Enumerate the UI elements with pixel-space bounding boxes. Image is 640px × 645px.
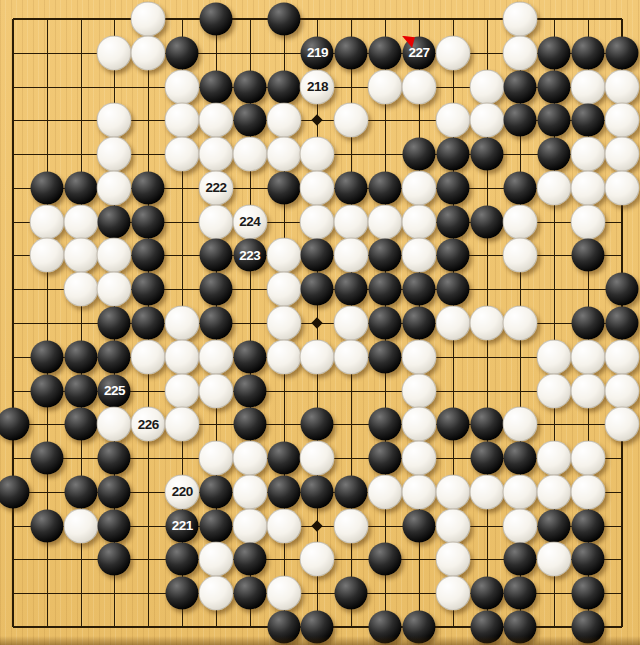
- black-stone: [64, 475, 97, 508]
- white-stone: [571, 373, 606, 408]
- white-stone: [435, 35, 470, 70]
- black-stone: [98, 543, 131, 576]
- white-stone: [537, 170, 572, 205]
- white-stone: [537, 542, 572, 577]
- black-stone: [301, 239, 334, 272]
- white-stone: [198, 576, 233, 611]
- white-stone: [401, 170, 436, 205]
- white-stone: [266, 306, 301, 341]
- black-stone: [572, 509, 605, 542]
- white-stone: [63, 272, 98, 307]
- white-stone: [503, 407, 538, 442]
- black-stone: [436, 273, 469, 306]
- black-stone: [233, 104, 266, 137]
- white-stone: [334, 306, 369, 341]
- black-stone: [572, 543, 605, 576]
- black-stone: [504, 104, 537, 137]
- move-number-label: 219: [307, 47, 328, 61]
- white-stone: [266, 103, 301, 138]
- black-stone: [538, 36, 571, 69]
- white-stone: [401, 441, 436, 476]
- black-stone: [233, 70, 266, 103]
- white-stone: [300, 542, 335, 577]
- black-stone: [132, 171, 165, 204]
- move-number-label: 226: [138, 418, 159, 432]
- black-stone: [301, 475, 334, 508]
- white-stone: [503, 306, 538, 341]
- black-stone: [369, 36, 402, 69]
- white-stone: [537, 373, 572, 408]
- white-stone: [537, 441, 572, 476]
- black-stone: [436, 138, 469, 171]
- white-stone: [604, 339, 639, 374]
- white-stone: [571, 441, 606, 476]
- black-stone: [132, 273, 165, 306]
- white-stone: [165, 339, 200, 374]
- black-stone: [504, 442, 537, 475]
- white-stone: [604, 170, 639, 205]
- black-stone: [436, 171, 469, 204]
- black-stone: [166, 577, 199, 610]
- black-stone: [605, 307, 638, 340]
- black-stone: [199, 70, 232, 103]
- white-stone: [503, 238, 538, 273]
- white-stone: [537, 339, 572, 374]
- hoshi-point: [312, 520, 323, 531]
- white-stone: [165, 69, 200, 104]
- black-stone: [233, 543, 266, 576]
- black-stone: [504, 171, 537, 204]
- black-stone: [402, 509, 435, 542]
- white-stone: [503, 474, 538, 509]
- white-stone: [604, 407, 639, 442]
- black-stone: [199, 509, 232, 542]
- black-stone: [267, 70, 300, 103]
- black-stone: [369, 340, 402, 373]
- move-number-label: 222: [205, 182, 226, 196]
- white-stone: [198, 542, 233, 577]
- white-stone: [469, 103, 504, 138]
- move-number-label: 221: [172, 519, 193, 533]
- black-stone: [504, 70, 537, 103]
- black-stone: [199, 3, 232, 36]
- white-stone: [29, 204, 64, 239]
- black-stone: [436, 205, 469, 238]
- black-stone: [402, 273, 435, 306]
- white-stone: [165, 407, 200, 442]
- black-stone: [369, 307, 402, 340]
- white-stone: [469, 306, 504, 341]
- black-stone: [538, 138, 571, 171]
- white-stone: [503, 204, 538, 239]
- white-stone: [165, 373, 200, 408]
- black-stone: [369, 408, 402, 441]
- black-stone: [335, 577, 368, 610]
- black-stone: [267, 3, 300, 36]
- white-stone: [131, 339, 166, 374]
- black-stone: [64, 340, 97, 373]
- black-stone: [233, 577, 266, 610]
- white-stone: [97, 238, 132, 273]
- black-stone: [605, 273, 638, 306]
- white-stone: [334, 103, 369, 138]
- white-stone: [435, 542, 470, 577]
- black-stone: [504, 577, 537, 610]
- white-stone: [131, 2, 166, 37]
- white-stone: [266, 238, 301, 273]
- black-stone: [470, 205, 503, 238]
- white-stone: [435, 306, 470, 341]
- black-stone: [470, 577, 503, 610]
- white-stone: [97, 103, 132, 138]
- white-stone: [63, 238, 98, 273]
- black-stone: [538, 509, 571, 542]
- black-stone: [470, 408, 503, 441]
- white-stone: [368, 474, 403, 509]
- black-stone: [199, 307, 232, 340]
- black-stone: [504, 543, 537, 576]
- white-stone: [571, 204, 606, 239]
- black-stone: [572, 577, 605, 610]
- black-stone: [301, 408, 334, 441]
- black-stone: [470, 138, 503, 171]
- black-stone: [369, 239, 402, 272]
- black-stone: [199, 475, 232, 508]
- black-stone: [335, 36, 368, 69]
- white-stone: [97, 137, 132, 172]
- black-stone: [369, 273, 402, 306]
- move-number-label: 227: [408, 47, 429, 61]
- black-stone: [132, 205, 165, 238]
- white-stone: [368, 204, 403, 239]
- white-stone: [401, 339, 436, 374]
- white-stone: [571, 137, 606, 172]
- black-stone: [369, 171, 402, 204]
- white-stone: [537, 474, 572, 509]
- black-stone: [98, 307, 131, 340]
- white-stone: [401, 69, 436, 104]
- move-number-label: 225: [104, 384, 125, 398]
- black-stone: [369, 543, 402, 576]
- white-stone: [232, 474, 267, 509]
- black-stone: [267, 171, 300, 204]
- black-stone: [572, 36, 605, 69]
- white-stone: [435, 474, 470, 509]
- white-stone: [198, 137, 233, 172]
- go-board[interactable]: 218219220221222223224225226227: [0, 0, 640, 645]
- white-stone: [266, 137, 301, 172]
- white-stone: [571, 474, 606, 509]
- white-stone: [131, 35, 166, 70]
- black-stone: [233, 408, 266, 441]
- white-stone: [334, 204, 369, 239]
- white-stone: [604, 137, 639, 172]
- white-stone: [503, 2, 538, 37]
- black-stone: [538, 70, 571, 103]
- black-stone: [301, 273, 334, 306]
- white-stone: [97, 407, 132, 442]
- white-stone: [503, 508, 538, 543]
- white-stone: [401, 407, 436, 442]
- black-stone: [233, 374, 266, 407]
- white-stone: [334, 339, 369, 374]
- white-stone: [469, 69, 504, 104]
- white-stone: [198, 373, 233, 408]
- move-number-label: 218: [307, 80, 328, 94]
- black-stone: [98, 205, 131, 238]
- black-stone: [64, 374, 97, 407]
- black-stone: [605, 36, 638, 69]
- white-stone: [300, 170, 335, 205]
- white-stone: [334, 508, 369, 543]
- black-stone: [335, 475, 368, 508]
- white-stone: [401, 474, 436, 509]
- white-stone: [29, 238, 64, 273]
- black-stone: [402, 138, 435, 171]
- black-stone: [538, 104, 571, 137]
- white-stone: [604, 373, 639, 408]
- white-stone: [97, 272, 132, 307]
- black-stone: [166, 543, 199, 576]
- black-stone: [199, 273, 232, 306]
- white-stone: [63, 508, 98, 543]
- white-stone: [571, 170, 606, 205]
- white-stone: [198, 204, 233, 239]
- hoshi-point: [312, 317, 323, 328]
- black-stone: [64, 171, 97, 204]
- white-stone: [435, 508, 470, 543]
- move-number-label: 223: [239, 249, 260, 263]
- white-stone: [435, 103, 470, 138]
- black-stone: [402, 307, 435, 340]
- board-bottom-shadow: [0, 636, 640, 645]
- white-stone: [165, 306, 200, 341]
- black-stone: [98, 340, 131, 373]
- white-stone: [266, 576, 301, 611]
- hoshi-point: [312, 115, 323, 126]
- white-stone: [469, 474, 504, 509]
- black-stone: [335, 171, 368, 204]
- white-stone: [571, 339, 606, 374]
- black-stone: [30, 340, 63, 373]
- black-stone: [572, 239, 605, 272]
- black-stone: [436, 239, 469, 272]
- white-stone: [232, 137, 267, 172]
- black-stone: [267, 442, 300, 475]
- black-stone: [199, 239, 232, 272]
- white-stone: [604, 69, 639, 104]
- white-stone: [401, 238, 436, 273]
- black-stone: [572, 104, 605, 137]
- black-stone: [233, 340, 266, 373]
- white-stone: [300, 441, 335, 476]
- white-stone: [368, 69, 403, 104]
- black-stone: [267, 475, 300, 508]
- white-stone: [97, 170, 132, 205]
- black-stone: [30, 509, 63, 542]
- black-stone: [98, 475, 131, 508]
- black-stone: [572, 307, 605, 340]
- black-stone: [98, 509, 131, 542]
- white-stone: [604, 103, 639, 138]
- white-stone: [503, 35, 538, 70]
- black-stone: [132, 239, 165, 272]
- white-stone: [165, 103, 200, 138]
- black-stone: [98, 442, 131, 475]
- white-stone: [401, 204, 436, 239]
- white-stone: [266, 272, 301, 307]
- white-stone: [97, 35, 132, 70]
- black-stone: [64, 408, 97, 441]
- move-number-label: 224: [239, 215, 260, 229]
- white-stone: [165, 137, 200, 172]
- white-stone: [300, 339, 335, 374]
- white-stone: [198, 339, 233, 374]
- white-stone: [266, 508, 301, 543]
- black-stone: [30, 442, 63, 475]
- white-stone: [198, 103, 233, 138]
- black-stone: [335, 273, 368, 306]
- white-stone: [232, 508, 267, 543]
- black-stone: [132, 307, 165, 340]
- black-stone: [30, 374, 63, 407]
- white-stone: [232, 441, 267, 476]
- white-stone: [571, 69, 606, 104]
- white-stone: [435, 576, 470, 611]
- black-stone: [369, 442, 402, 475]
- white-stone: [198, 441, 233, 476]
- white-stone: [300, 204, 335, 239]
- move-number-label: 220: [172, 486, 193, 500]
- black-stone: [0, 408, 30, 441]
- white-stone: [63, 204, 98, 239]
- black-stone: [470, 442, 503, 475]
- black-stone: [30, 171, 63, 204]
- white-stone: [401, 373, 436, 408]
- black-stone: [0, 475, 30, 508]
- white-stone: [334, 238, 369, 273]
- black-stone: [166, 36, 199, 69]
- white-stone: [300, 137, 335, 172]
- black-stone: [436, 408, 469, 441]
- white-stone: [266, 339, 301, 374]
